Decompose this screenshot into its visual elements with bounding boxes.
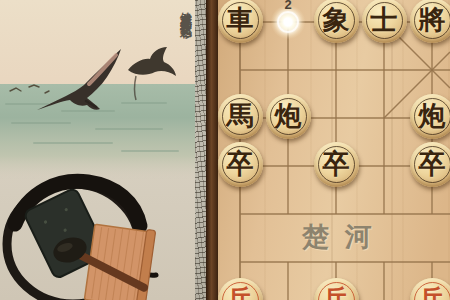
piece-general-black[interactable]: 將 — [410, 0, 450, 43]
piece-glyph: 士 — [362, 0, 407, 43]
piece-glyph: 車 — [218, 0, 263, 43]
painting-sea — [0, 84, 206, 180]
piece-glyph: 卒 — [218, 142, 263, 187]
piece-soldier-black[interactable]: 卒 — [218, 142, 263, 187]
decorative-painting: 健康福寿是一种文化色彩 — [0, 0, 206, 300]
piece-soldier-red[interactable]: 兵 — [218, 278, 263, 300]
xiangqi-game-screen: 健康福寿是一种文化色彩 楚河 車象士將馬炮炮卒卒卒兵兵兵 2 — [0, 0, 450, 300]
piece-glyph: 兵 — [218, 278, 263, 300]
piece-advisor-black[interactable]: 士 — [362, 0, 407, 43]
piece-glyph: 將 — [410, 0, 450, 43]
piece-soldier-black[interactable]: 卒 — [410, 142, 450, 187]
piece-glyph: 炮 — [410, 94, 450, 139]
piece-soldier-black[interactable]: 卒 — [314, 142, 359, 187]
piece-cannon-black[interactable]: 炮 — [266, 94, 311, 139]
painting-torn-edge — [195, 0, 206, 300]
piece-glyph: 卒 — [410, 142, 450, 187]
piece-glyph: 馬 — [218, 94, 263, 139]
piece-glyph: 兵 — [314, 278, 359, 300]
painting-art — [0, 0, 206, 300]
piece-cannon-black[interactable]: 炮 — [410, 94, 450, 139]
piece-soldier-red[interactable]: 兵 — [314, 278, 359, 300]
piece-horse-black[interactable]: 馬 — [218, 94, 263, 139]
piece-glyph: 象 — [314, 0, 359, 43]
piece-glyph: 炮 — [266, 94, 311, 139]
piece-chariot-black[interactable]: 車 — [218, 0, 263, 43]
xiangqi-board[interactable]: 楚河 車象士將馬炮炮卒卒卒兵兵兵 2 — [218, 0, 450, 300]
calligraphy-text: 健康福寿是一种文化色彩 — [177, 3, 195, 155]
piece-layer: 車象士將馬炮炮卒卒卒兵兵兵 — [216, 0, 450, 300]
piece-elephant-black[interactable]: 象 — [314, 0, 359, 43]
piece-glyph: 卒 — [314, 142, 359, 187]
piece-glyph: 兵 — [410, 278, 450, 300]
move-indicator-label: 2 — [280, 0, 296, 12]
piece-soldier-red[interactable]: 兵 — [410, 278, 450, 300]
